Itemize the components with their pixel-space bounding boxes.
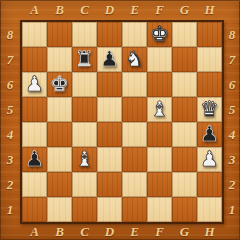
piece-white-knight[interactable]: ♞ [122, 47, 147, 72]
file-label-e: E [122, 0, 147, 20]
rank-label-1: 1 [0, 197, 20, 222]
piece-black-rook[interactable]: ♜ [72, 47, 97, 72]
square-d4[interactable] [97, 122, 122, 147]
rank-label-8: 8 [0, 22, 20, 47]
file-labels-top: ABCDEFGH [22, 0, 222, 20]
board: ♚♜♟♞♟♚♝♛♟♟♝♟ [20, 20, 224, 224]
square-h5[interactable]: ♛ [197, 97, 222, 122]
square-f4[interactable] [147, 122, 172, 147]
square-g8[interactable] [172, 22, 197, 47]
piece-black-pawn[interactable]: ♟ [97, 47, 122, 72]
rank-label-7: 7 [0, 47, 20, 72]
square-h6[interactable] [197, 72, 222, 97]
square-c4[interactable] [72, 122, 97, 147]
rank-label-3: 3 [224, 147, 240, 172]
piece-white-king[interactable]: ♚ [147, 22, 172, 47]
square-e2[interactable] [122, 172, 147, 197]
file-label-g: G [172, 224, 197, 240]
file-label-c: C [72, 0, 97, 20]
square-c5[interactable] [72, 97, 97, 122]
square-a1[interactable] [22, 197, 47, 222]
file-label-a: A [22, 224, 47, 240]
square-a7[interactable] [22, 47, 47, 72]
square-d7[interactable]: ♟ [97, 47, 122, 72]
square-c1[interactable] [72, 197, 97, 222]
piece-black-pawn[interactable]: ♟ [197, 122, 222, 147]
square-g1[interactable] [172, 197, 197, 222]
file-label-g: G [172, 0, 197, 20]
square-h8[interactable] [197, 22, 222, 47]
rank-label-5: 5 [224, 97, 240, 122]
rank-label-4: 4 [224, 122, 240, 147]
square-e3[interactable] [122, 147, 147, 172]
square-d2[interactable] [97, 172, 122, 197]
square-c2[interactable] [72, 172, 97, 197]
square-h1[interactable] [197, 197, 222, 222]
file-label-f: F [147, 224, 172, 240]
file-label-c: C [72, 224, 97, 240]
square-b7[interactable] [47, 47, 72, 72]
square-d1[interactable] [97, 197, 122, 222]
square-b6[interactable]: ♚ [47, 72, 72, 97]
square-d6[interactable] [97, 72, 122, 97]
square-b8[interactable] [47, 22, 72, 47]
rank-label-6: 6 [224, 72, 240, 97]
square-h4[interactable]: ♟ [197, 122, 222, 147]
rank-label-4: 4 [0, 122, 20, 147]
piece-black-pawn[interactable]: ♟ [22, 147, 47, 172]
square-f8[interactable]: ♚ [147, 22, 172, 47]
square-h3[interactable]: ♟ [197, 147, 222, 172]
square-c8[interactable] [72, 22, 97, 47]
file-labels-bottom: ABCDEFGH [22, 224, 222, 240]
square-e6[interactable] [122, 72, 147, 97]
square-g4[interactable] [172, 122, 197, 147]
rank-label-2: 2 [224, 172, 240, 197]
file-label-a: A [22, 0, 47, 20]
file-label-b: B [47, 224, 72, 240]
rank-labels-left: 87654321 [0, 22, 20, 222]
square-a6[interactable]: ♟ [22, 72, 47, 97]
piece-white-pawn[interactable]: ♟ [22, 72, 47, 97]
rank-label-5: 5 [0, 97, 20, 122]
square-a4[interactable] [22, 122, 47, 147]
square-h2[interactable] [197, 172, 222, 197]
square-c7[interactable]: ♜ [72, 47, 97, 72]
rank-label-2: 2 [0, 172, 20, 197]
square-f5[interactable]: ♝ [147, 97, 172, 122]
square-h7[interactable] [197, 47, 222, 72]
square-f3[interactable] [147, 147, 172, 172]
piece-white-bishop[interactable]: ♝ [147, 97, 172, 122]
file-label-f: F [147, 0, 172, 20]
square-b2[interactable] [47, 172, 72, 197]
rank-label-3: 3 [0, 147, 20, 172]
square-c3[interactable]: ♝ [72, 147, 97, 172]
piece-white-bishop[interactable]: ♝ [72, 147, 97, 172]
rank-labels-right: 87654321 [224, 22, 240, 222]
square-a5[interactable] [22, 97, 47, 122]
square-g3[interactable] [172, 147, 197, 172]
square-f7[interactable] [147, 47, 172, 72]
file-label-h: H [197, 224, 222, 240]
square-a8[interactable] [22, 22, 47, 47]
square-e1[interactable] [122, 197, 147, 222]
square-f1[interactable] [147, 197, 172, 222]
square-c6[interactable] [72, 72, 97, 97]
piece-black-king[interactable]: ♚ [47, 72, 72, 97]
square-b5[interactable] [47, 97, 72, 122]
square-d3[interactable] [97, 147, 122, 172]
file-label-b: B [47, 0, 72, 20]
square-e4[interactable] [122, 122, 147, 147]
square-e5[interactable] [122, 97, 147, 122]
square-e8[interactable] [122, 22, 147, 47]
square-f2[interactable] [147, 172, 172, 197]
square-e7[interactable]: ♞ [122, 47, 147, 72]
square-b3[interactable] [47, 147, 72, 172]
square-d5[interactable] [97, 97, 122, 122]
rank-label-6: 6 [0, 72, 20, 97]
square-b4[interactable] [47, 122, 72, 147]
square-a2[interactable] [22, 172, 47, 197]
square-b1[interactable] [47, 197, 72, 222]
file-label-e: E [122, 224, 147, 240]
chess-app: ABCDEFGH ABCDEFGH 87654321 87654321 ♚♜♟♞… [0, 0, 240, 240]
rank-label-1: 1 [224, 197, 240, 222]
file-label-h: H [197, 0, 222, 20]
file-label-d: D [97, 0, 122, 20]
square-f6[interactable] [147, 72, 172, 97]
file-label-d: D [97, 224, 122, 240]
square-g6[interactable] [172, 72, 197, 97]
square-g5[interactable] [172, 97, 197, 122]
square-g7[interactable] [172, 47, 197, 72]
square-d8[interactable] [97, 22, 122, 47]
rank-label-8: 8 [224, 22, 240, 47]
square-a3[interactable]: ♟ [22, 147, 47, 172]
piece-white-queen[interactable]: ♛ [197, 97, 222, 122]
rank-label-7: 7 [224, 47, 240, 72]
square-g2[interactable] [172, 172, 197, 197]
piece-white-pawn[interactable]: ♟ [197, 147, 222, 172]
